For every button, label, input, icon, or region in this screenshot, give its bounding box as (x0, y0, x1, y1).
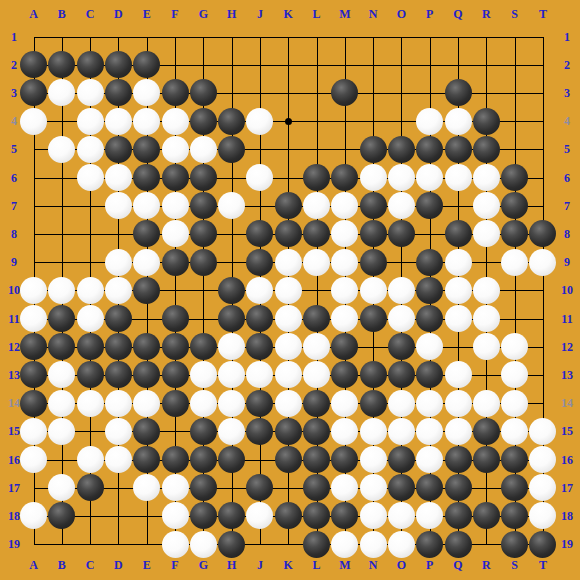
intersection-H3[interactable] (217, 78, 246, 107)
intersection-F15[interactable] (161, 417, 190, 446)
intersection-T14[interactable] (528, 389, 557, 418)
intersection-C8[interactable] (76, 219, 105, 248)
intersection-B2[interactable] (47, 50, 76, 79)
intersection-J7[interactable] (245, 191, 274, 220)
intersection-R15[interactable] (472, 417, 501, 446)
intersection-J1[interactable] (245, 22, 274, 51)
intersection-F11[interactable] (161, 304, 190, 333)
intersection-O19[interactable] (387, 530, 416, 559)
intersection-L12[interactable] (302, 332, 331, 361)
intersection-S19[interactable] (500, 530, 529, 559)
intersection-J2[interactable] (245, 50, 274, 79)
intersection-A6[interactable] (19, 163, 48, 192)
intersection-A13[interactable] (19, 360, 48, 389)
intersection-L3[interactable] (302, 78, 331, 107)
intersection-H18[interactable] (217, 501, 246, 530)
intersection-N13[interactable] (359, 360, 388, 389)
intersection-C6[interactable] (76, 163, 105, 192)
intersection-Q16[interactable] (444, 445, 473, 474)
intersection-E9[interactable] (132, 248, 161, 277)
intersection-O16[interactable] (387, 445, 416, 474)
intersection-B17[interactable] (47, 473, 76, 502)
intersection-M16[interactable] (330, 445, 359, 474)
intersection-G3[interactable] (189, 78, 218, 107)
intersection-N18[interactable] (359, 501, 388, 530)
intersection-E10[interactable] (132, 276, 161, 305)
intersection-M17[interactable] (330, 473, 359, 502)
intersection-F1[interactable] (161, 22, 190, 51)
intersection-S14[interactable] (500, 389, 529, 418)
intersection-Q1[interactable] (444, 22, 473, 51)
intersection-O12[interactable] (387, 332, 416, 361)
intersection-A5[interactable] (19, 135, 48, 164)
intersection-N10[interactable] (359, 276, 388, 305)
intersection-G15[interactable] (189, 417, 218, 446)
intersection-C1[interactable] (76, 22, 105, 51)
intersection-H4[interactable] (217, 107, 246, 136)
intersection-F14[interactable] (161, 389, 190, 418)
intersection-E8[interactable] (132, 219, 161, 248)
intersection-D12[interactable] (104, 332, 133, 361)
intersection-D17[interactable] (104, 473, 133, 502)
intersection-H11[interactable] (217, 304, 246, 333)
intersection-N16[interactable] (359, 445, 388, 474)
intersection-Q6[interactable] (444, 163, 473, 192)
intersection-M1[interactable] (330, 22, 359, 51)
intersection-C2[interactable] (76, 50, 105, 79)
intersection-L10[interactable] (302, 276, 331, 305)
intersection-R13[interactable] (472, 360, 501, 389)
intersection-G12[interactable] (189, 332, 218, 361)
intersection-D8[interactable] (104, 219, 133, 248)
intersection-M2[interactable] (330, 50, 359, 79)
intersection-D11[interactable] (104, 304, 133, 333)
intersection-L19[interactable] (302, 530, 331, 559)
intersection-T7[interactable] (528, 191, 557, 220)
intersection-Q15[interactable] (444, 417, 473, 446)
intersection-A8[interactable] (19, 219, 48, 248)
intersection-T16[interactable] (528, 445, 557, 474)
intersection-L18[interactable] (302, 501, 331, 530)
intersection-P5[interactable] (415, 135, 444, 164)
intersection-M12[interactable] (330, 332, 359, 361)
intersection-M14[interactable] (330, 389, 359, 418)
intersection-O11[interactable] (387, 304, 416, 333)
intersection-O18[interactable] (387, 501, 416, 530)
intersection-P7[interactable] (415, 191, 444, 220)
intersection-R3[interactable] (472, 78, 501, 107)
intersection-S15[interactable] (500, 417, 529, 446)
intersection-N5[interactable] (359, 135, 388, 164)
intersection-P9[interactable] (415, 248, 444, 277)
intersection-J13[interactable] (245, 360, 274, 389)
intersection-H1[interactable] (217, 22, 246, 51)
intersection-N9[interactable] (359, 248, 388, 277)
intersection-M9[interactable] (330, 248, 359, 277)
intersection-G14[interactable] (189, 389, 218, 418)
intersection-O7[interactable] (387, 191, 416, 220)
intersection-H17[interactable] (217, 473, 246, 502)
intersection-F10[interactable] (161, 276, 190, 305)
intersection-P16[interactable] (415, 445, 444, 474)
intersection-K4[interactable] (274, 107, 303, 136)
intersection-S13[interactable] (500, 360, 529, 389)
intersection-S5[interactable] (500, 135, 529, 164)
intersection-J9[interactable] (245, 248, 274, 277)
intersection-P2[interactable] (415, 50, 444, 79)
intersection-E6[interactable] (132, 163, 161, 192)
intersection-C10[interactable] (76, 276, 105, 305)
intersection-D18[interactable] (104, 501, 133, 530)
intersection-B1[interactable] (47, 22, 76, 51)
intersection-R14[interactable] (472, 389, 501, 418)
intersection-A11[interactable] (19, 304, 48, 333)
intersection-J17[interactable] (245, 473, 274, 502)
intersection-M8[interactable] (330, 219, 359, 248)
intersection-H7[interactable] (217, 191, 246, 220)
intersection-T12[interactable] (528, 332, 557, 361)
intersection-T3[interactable] (528, 78, 557, 107)
intersection-D9[interactable] (104, 248, 133, 277)
intersection-Q9[interactable] (444, 248, 473, 277)
intersection-S6[interactable] (500, 163, 529, 192)
intersection-C17[interactable] (76, 473, 105, 502)
intersection-A4[interactable] (19, 107, 48, 136)
intersection-Q2[interactable] (444, 50, 473, 79)
intersection-P10[interactable] (415, 276, 444, 305)
intersection-T1[interactable] (528, 22, 557, 51)
intersection-E5[interactable] (132, 135, 161, 164)
intersection-K3[interactable] (274, 78, 303, 107)
intersection-P1[interactable] (415, 22, 444, 51)
intersection-O1[interactable] (387, 22, 416, 51)
intersection-C18[interactable] (76, 501, 105, 530)
intersection-N6[interactable] (359, 163, 388, 192)
intersection-B18[interactable] (47, 501, 76, 530)
intersection-L14[interactable] (302, 389, 331, 418)
intersection-S9[interactable] (500, 248, 529, 277)
intersection-Q11[interactable] (444, 304, 473, 333)
intersection-J14[interactable] (245, 389, 274, 418)
intersection-D7[interactable] (104, 191, 133, 220)
intersection-J16[interactable] (245, 445, 274, 474)
intersection-F12[interactable] (161, 332, 190, 361)
intersection-D13[interactable] (104, 360, 133, 389)
intersection-F18[interactable] (161, 501, 190, 530)
intersection-D19[interactable] (104, 530, 133, 559)
intersection-O9[interactable] (387, 248, 416, 277)
intersection-A18[interactable] (19, 501, 48, 530)
intersection-G17[interactable] (189, 473, 218, 502)
intersection-A9[interactable] (19, 248, 48, 277)
intersection-D15[interactable] (104, 417, 133, 446)
intersection-M6[interactable] (330, 163, 359, 192)
intersection-H8[interactable] (217, 219, 246, 248)
intersection-R8[interactable] (472, 219, 501, 248)
intersection-B14[interactable] (47, 389, 76, 418)
intersection-C14[interactable] (76, 389, 105, 418)
intersection-L8[interactable] (302, 219, 331, 248)
intersection-H13[interactable] (217, 360, 246, 389)
intersection-P17[interactable] (415, 473, 444, 502)
intersection-E3[interactable] (132, 78, 161, 107)
intersection-C9[interactable] (76, 248, 105, 277)
intersection-H10[interactable] (217, 276, 246, 305)
intersection-R6[interactable] (472, 163, 501, 192)
intersection-L4[interactable] (302, 107, 331, 136)
intersection-L2[interactable] (302, 50, 331, 79)
intersection-C4[interactable] (76, 107, 105, 136)
intersection-M11[interactable] (330, 304, 359, 333)
intersection-N1[interactable] (359, 22, 388, 51)
intersection-S4[interactable] (500, 107, 529, 136)
intersection-B12[interactable] (47, 332, 76, 361)
intersection-L1[interactable] (302, 22, 331, 51)
intersection-J8[interactable] (245, 219, 274, 248)
intersection-S17[interactable] (500, 473, 529, 502)
intersection-O17[interactable] (387, 473, 416, 502)
intersection-G16[interactable] (189, 445, 218, 474)
intersection-E15[interactable] (132, 417, 161, 446)
intersection-J6[interactable] (245, 163, 274, 192)
intersection-T2[interactable] (528, 50, 557, 79)
intersection-B11[interactable] (47, 304, 76, 333)
intersection-F8[interactable] (161, 219, 190, 248)
intersection-T9[interactable] (528, 248, 557, 277)
intersection-R19[interactable] (472, 530, 501, 559)
intersection-K14[interactable] (274, 389, 303, 418)
intersection-Q10[interactable] (444, 276, 473, 305)
intersection-H15[interactable] (217, 417, 246, 446)
intersection-K15[interactable] (274, 417, 303, 446)
intersection-P4[interactable] (415, 107, 444, 136)
intersection-J5[interactable] (245, 135, 274, 164)
intersection-L13[interactable] (302, 360, 331, 389)
intersection-M4[interactable] (330, 107, 359, 136)
intersection-S8[interactable] (500, 219, 529, 248)
intersection-H12[interactable] (217, 332, 246, 361)
intersection-O4[interactable] (387, 107, 416, 136)
intersection-L9[interactable] (302, 248, 331, 277)
intersection-N14[interactable] (359, 389, 388, 418)
intersection-A19[interactable] (19, 530, 48, 559)
intersection-K13[interactable] (274, 360, 303, 389)
intersection-N4[interactable] (359, 107, 388, 136)
intersection-O3[interactable] (387, 78, 416, 107)
intersection-Q3[interactable] (444, 78, 473, 107)
intersection-P15[interactable] (415, 417, 444, 446)
intersection-R5[interactable] (472, 135, 501, 164)
intersection-Q5[interactable] (444, 135, 473, 164)
intersection-P6[interactable] (415, 163, 444, 192)
intersection-N15[interactable] (359, 417, 388, 446)
intersection-T5[interactable] (528, 135, 557, 164)
intersection-E13[interactable] (132, 360, 161, 389)
intersection-E11[interactable] (132, 304, 161, 333)
intersection-P8[interactable] (415, 219, 444, 248)
intersection-N17[interactable] (359, 473, 388, 502)
intersection-K16[interactable] (274, 445, 303, 474)
intersection-G4[interactable] (189, 107, 218, 136)
intersection-L17[interactable] (302, 473, 331, 502)
intersection-E7[interactable] (132, 191, 161, 220)
intersection-B8[interactable] (47, 219, 76, 248)
intersection-F6[interactable] (161, 163, 190, 192)
intersection-S11[interactable] (500, 304, 529, 333)
intersection-A1[interactable] (19, 22, 48, 51)
intersection-N3[interactable] (359, 78, 388, 107)
intersection-B6[interactable] (47, 163, 76, 192)
intersection-B15[interactable] (47, 417, 76, 446)
intersection-K11[interactable] (274, 304, 303, 333)
intersection-J12[interactable] (245, 332, 274, 361)
intersection-J3[interactable] (245, 78, 274, 107)
intersection-P14[interactable] (415, 389, 444, 418)
intersection-F3[interactable] (161, 78, 190, 107)
intersection-H14[interactable] (217, 389, 246, 418)
intersection-R4[interactable] (472, 107, 501, 136)
intersection-K2[interactable] (274, 50, 303, 79)
intersection-K8[interactable] (274, 219, 303, 248)
intersection-Q13[interactable] (444, 360, 473, 389)
intersection-G8[interactable] (189, 219, 218, 248)
intersection-M15[interactable] (330, 417, 359, 446)
intersection-B7[interactable] (47, 191, 76, 220)
intersection-T11[interactable] (528, 304, 557, 333)
intersection-Q7[interactable] (444, 191, 473, 220)
intersection-C13[interactable] (76, 360, 105, 389)
intersection-G13[interactable] (189, 360, 218, 389)
intersection-E17[interactable] (132, 473, 161, 502)
intersection-Q4[interactable] (444, 107, 473, 136)
intersection-R9[interactable] (472, 248, 501, 277)
intersection-C3[interactable] (76, 78, 105, 107)
intersection-D16[interactable] (104, 445, 133, 474)
intersection-G9[interactable] (189, 248, 218, 277)
intersection-T18[interactable] (528, 501, 557, 530)
intersection-G10[interactable] (189, 276, 218, 305)
intersection-R18[interactable] (472, 501, 501, 530)
intersection-S18[interactable] (500, 501, 529, 530)
intersection-F19[interactable] (161, 530, 190, 559)
intersection-N19[interactable] (359, 530, 388, 559)
intersection-O15[interactable] (387, 417, 416, 446)
intersection-C11[interactable] (76, 304, 105, 333)
intersection-A12[interactable] (19, 332, 48, 361)
intersection-H9[interactable] (217, 248, 246, 277)
intersection-M7[interactable] (330, 191, 359, 220)
intersection-T10[interactable] (528, 276, 557, 305)
intersection-C12[interactable] (76, 332, 105, 361)
intersection-T4[interactable] (528, 107, 557, 136)
intersection-R16[interactable] (472, 445, 501, 474)
intersection-F9[interactable] (161, 248, 190, 277)
intersection-E4[interactable] (132, 107, 161, 136)
intersection-G11[interactable] (189, 304, 218, 333)
intersection-K17[interactable] (274, 473, 303, 502)
intersection-L16[interactable] (302, 445, 331, 474)
intersection-H16[interactable] (217, 445, 246, 474)
intersection-M18[interactable] (330, 501, 359, 530)
intersection-H2[interactable] (217, 50, 246, 79)
intersection-K1[interactable] (274, 22, 303, 51)
intersection-A10[interactable] (19, 276, 48, 305)
intersection-O6[interactable] (387, 163, 416, 192)
intersection-J11[interactable] (245, 304, 274, 333)
intersection-G2[interactable] (189, 50, 218, 79)
intersection-H19[interactable] (217, 530, 246, 559)
intersection-M13[interactable] (330, 360, 359, 389)
intersection-O5[interactable] (387, 135, 416, 164)
intersection-F4[interactable] (161, 107, 190, 136)
intersection-O10[interactable] (387, 276, 416, 305)
intersection-C5[interactable] (76, 135, 105, 164)
intersection-T13[interactable] (528, 360, 557, 389)
intersection-K5[interactable] (274, 135, 303, 164)
intersection-C16[interactable] (76, 445, 105, 474)
intersection-F2[interactable] (161, 50, 190, 79)
intersection-R17[interactable] (472, 473, 501, 502)
intersection-F17[interactable] (161, 473, 190, 502)
intersection-D5[interactable] (104, 135, 133, 164)
intersection-F13[interactable] (161, 360, 190, 389)
intersection-E12[interactable] (132, 332, 161, 361)
intersection-A16[interactable] (19, 445, 48, 474)
intersection-P12[interactable] (415, 332, 444, 361)
intersection-R11[interactable] (472, 304, 501, 333)
intersection-B19[interactable] (47, 530, 76, 559)
intersection-E19[interactable] (132, 530, 161, 559)
intersection-B5[interactable] (47, 135, 76, 164)
intersection-G1[interactable] (189, 22, 218, 51)
intersection-S1[interactable] (500, 22, 529, 51)
intersection-O13[interactable] (387, 360, 416, 389)
intersection-M19[interactable] (330, 530, 359, 559)
intersection-N7[interactable] (359, 191, 388, 220)
intersection-D6[interactable] (104, 163, 133, 192)
intersection-Q17[interactable] (444, 473, 473, 502)
intersection-B3[interactable] (47, 78, 76, 107)
intersection-C15[interactable] (76, 417, 105, 446)
intersection-J19[interactable] (245, 530, 274, 559)
intersection-K9[interactable] (274, 248, 303, 277)
intersection-A15[interactable] (19, 417, 48, 446)
intersection-T8[interactable] (528, 219, 557, 248)
intersection-K7[interactable] (274, 191, 303, 220)
intersection-Q12[interactable] (444, 332, 473, 361)
intersection-E14[interactable] (132, 389, 161, 418)
intersection-Q8[interactable] (444, 219, 473, 248)
intersection-B10[interactable] (47, 276, 76, 305)
intersection-D4[interactable] (104, 107, 133, 136)
intersection-N8[interactable] (359, 219, 388, 248)
intersection-B13[interactable] (47, 360, 76, 389)
intersection-M10[interactable] (330, 276, 359, 305)
intersection-D1[interactable] (104, 22, 133, 51)
intersection-A14[interactable] (19, 389, 48, 418)
intersection-R2[interactable] (472, 50, 501, 79)
intersection-E16[interactable] (132, 445, 161, 474)
intersection-C19[interactable] (76, 530, 105, 559)
intersection-D14[interactable] (104, 389, 133, 418)
intersection-P18[interactable] (415, 501, 444, 530)
intersection-C7[interactable] (76, 191, 105, 220)
intersection-O8[interactable] (387, 219, 416, 248)
intersection-O2[interactable] (387, 50, 416, 79)
intersection-L15[interactable] (302, 417, 331, 446)
intersection-P3[interactable] (415, 78, 444, 107)
intersection-J10[interactable] (245, 276, 274, 305)
